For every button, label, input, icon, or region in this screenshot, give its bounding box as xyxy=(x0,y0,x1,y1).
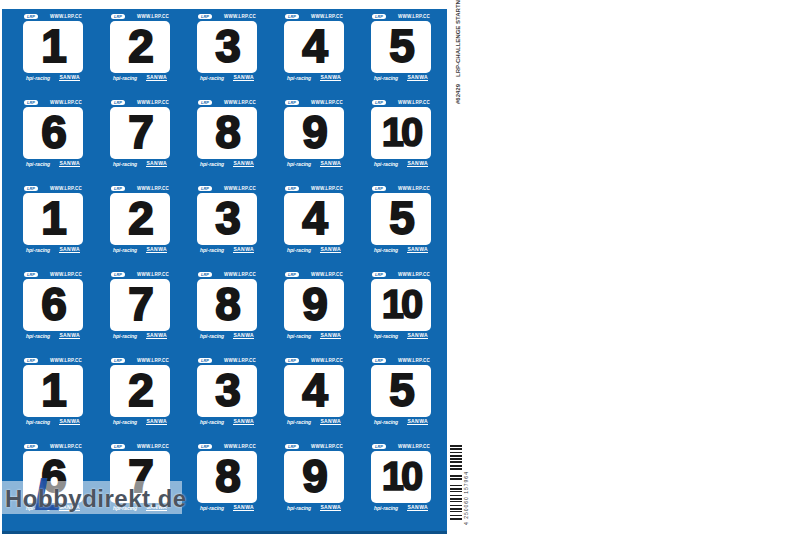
sanwa-logo: SANWA xyxy=(146,74,167,81)
lrp-url-label: WWW.LRP.CC xyxy=(50,358,82,363)
lrp-url-label: WWW.LRP.CC xyxy=(224,100,256,105)
start-number: 4 xyxy=(302,195,326,243)
sticker-footer: hpi-racing SANWA xyxy=(197,245,257,254)
lrp-url-label: WWW.LRP.CC xyxy=(398,444,430,449)
lrp-logo: LRP xyxy=(198,100,212,105)
sticker-cell: LRP WWW.LRP.CC 2 hpi-racing SANWA xyxy=(110,13,170,87)
sanwa-logo: SANWA xyxy=(320,504,341,511)
number-sticker: 10 xyxy=(371,451,431,503)
lrp-logo: LRP xyxy=(111,186,125,191)
sanwa-logo: SANWA xyxy=(407,504,428,511)
hpi-racing-logo: hpi-racing xyxy=(200,75,224,81)
hpi-racing-logo: hpi-racing xyxy=(374,333,398,339)
product-image: LRP WWW.LRP.CC 1 hpi-racing SANWA LRP WW… xyxy=(0,0,800,534)
number-sticker: 9 xyxy=(284,107,344,159)
sticker-cell: LRP WWW.LRP.CC 10 hpi-racing SANWA xyxy=(371,99,431,173)
sticker-footer: hpi-racing SANWA xyxy=(23,331,83,340)
sanwa-logo: SANWA xyxy=(233,160,254,167)
lrp-logo: LRP xyxy=(24,358,38,363)
sticker-header: LRP WWW.LRP.CC xyxy=(197,443,257,450)
number-sticker: 9 xyxy=(284,451,344,503)
number-sticker: 4 xyxy=(284,21,344,73)
sticker-footer: hpi-racing SANWA xyxy=(284,331,344,340)
lrp-url-label: WWW.LRP.CC xyxy=(311,272,343,277)
number-sticker: 5 xyxy=(371,193,431,245)
lrp-url-label: WWW.LRP.CC xyxy=(50,186,82,191)
sanwa-logo: SANWA xyxy=(320,74,341,81)
sticker-cell: LRP WWW.LRP.CC 5 hpi-racing SANWA xyxy=(371,185,431,259)
sticker-footer: hpi-racing SANWA xyxy=(371,331,431,340)
hpi-racing-logo: hpi-racing xyxy=(287,75,311,81)
sanwa-logo: SANWA xyxy=(233,246,254,253)
start-number: 2 xyxy=(128,23,152,71)
sticker-footer: hpi-racing SANWA xyxy=(284,159,344,168)
product-label: #62429 LRP-CHALLENGE STARTNUMMERN SET 2 xyxy=(451,10,465,104)
watermark: L Hobbydirekt.de xyxy=(0,481,182,514)
sticker-cell: LRP WWW.LRP.CC 4 hpi-racing SANWA xyxy=(284,357,344,431)
number-sticker: 4 xyxy=(284,365,344,417)
sticker-footer: hpi-racing SANWA xyxy=(110,245,170,254)
lrp-logo: LRP xyxy=(198,186,212,191)
lrp-logo: LRP xyxy=(285,186,299,191)
start-number: 9 xyxy=(302,453,326,501)
sticker-cell: LRP WWW.LRP.CC 1 hpi-racing SANWA xyxy=(23,13,83,87)
sticker-footer: hpi-racing SANWA xyxy=(371,73,431,82)
lrp-url-label: WWW.LRP.CC xyxy=(224,14,256,19)
lrp-logo: LRP xyxy=(198,444,212,449)
sticker-cell: LRP WWW.LRP.CC 2 hpi-racing SANWA xyxy=(110,357,170,431)
hpi-racing-logo: hpi-racing xyxy=(374,75,398,81)
start-number: 7 xyxy=(128,109,152,157)
hpi-racing-logo: hpi-racing xyxy=(200,505,224,511)
start-number: 8 xyxy=(215,109,239,157)
sticker-header: LRP WWW.LRP.CC xyxy=(284,185,344,192)
sticker-footer: hpi-racing SANWA xyxy=(197,331,257,340)
number-sticker: 6 xyxy=(23,107,83,159)
sanwa-logo: SANWA xyxy=(320,246,341,253)
hpi-racing-logo: hpi-racing xyxy=(113,75,137,81)
sticker-header: LRP WWW.LRP.CC xyxy=(23,185,83,192)
sticker-cell: LRP WWW.LRP.CC 7 hpi-racing SANWA xyxy=(110,99,170,173)
lrp-url-label: WWW.LRP.CC xyxy=(224,186,256,191)
start-number: 3 xyxy=(215,367,239,415)
part-number: #62429 xyxy=(455,84,461,104)
sticker-footer: hpi-racing SANWA xyxy=(284,245,344,254)
lrp-url-label: WWW.LRP.CC xyxy=(137,14,169,19)
sticker-cell: LRP WWW.LRP.CC 2 hpi-racing SANWA xyxy=(110,185,170,259)
sticker-cell: LRP WWW.LRP.CC 4 hpi-racing SANWA xyxy=(284,185,344,259)
sticker-footer: hpi-racing SANWA xyxy=(197,417,257,426)
number-sticker: 1 xyxy=(23,365,83,417)
sticker-header: LRP WWW.LRP.CC xyxy=(284,357,344,364)
hpi-racing-logo: hpi-racing xyxy=(113,161,137,167)
sanwa-logo: SANWA xyxy=(233,74,254,81)
hpi-racing-logo: hpi-racing xyxy=(113,333,137,339)
lrp-logo: LRP xyxy=(198,14,212,19)
number-sticker: 3 xyxy=(197,365,257,417)
sanwa-logo: SANWA xyxy=(320,418,341,425)
hpi-racing-logo: hpi-racing xyxy=(374,161,398,167)
sticker-header: LRP WWW.LRP.CC xyxy=(284,99,344,106)
sticker-header: LRP WWW.LRP.CC xyxy=(371,13,431,20)
sticker-header: LRP WWW.LRP.CC xyxy=(23,13,83,20)
number-sticker: 8 xyxy=(197,107,257,159)
sticker-header: LRP WWW.LRP.CC xyxy=(23,99,83,106)
lrp-logo: LRP xyxy=(285,272,299,277)
sticker-cell: LRP WWW.LRP.CC 8 hpi-racing SANWA xyxy=(197,99,257,173)
lrp-url-label: WWW.LRP.CC xyxy=(137,100,169,105)
sticker-header: LRP WWW.LRP.CC xyxy=(23,271,83,278)
lrp-logo: LRP xyxy=(24,444,38,449)
lrp-url-label: WWW.LRP.CC xyxy=(50,272,82,277)
start-number: 6 xyxy=(41,109,65,157)
lrp-url-label: WWW.LRP.CC xyxy=(398,186,430,191)
number-sticker: 10 xyxy=(371,279,431,331)
sticker-footer: hpi-racing SANWA xyxy=(371,245,431,254)
lrp-logo: LRP xyxy=(285,14,299,19)
sticker-header: LRP WWW.LRP.CC xyxy=(371,271,431,278)
start-number: 5 xyxy=(389,23,413,71)
start-number: 1 xyxy=(41,195,65,243)
sanwa-logo: SANWA xyxy=(59,74,80,81)
start-number: 1 xyxy=(41,367,65,415)
lrp-logo: LRP xyxy=(111,272,125,277)
lrp-url-label: WWW.LRP.CC xyxy=(311,444,343,449)
hpi-racing-logo: hpi-racing xyxy=(287,161,311,167)
number-sticker: 8 xyxy=(197,279,257,331)
start-number: 3 xyxy=(215,195,239,243)
lrp-logo: LRP xyxy=(372,186,386,191)
number-sticker: 3 xyxy=(197,21,257,73)
sticker-footer: hpi-racing SANWA xyxy=(110,331,170,340)
hpi-racing-logo: hpi-racing xyxy=(287,247,311,253)
start-number: 9 xyxy=(302,109,326,157)
hpi-racing-logo: hpi-racing xyxy=(26,75,50,81)
sanwa-logo: SANWA xyxy=(59,160,80,167)
sticker-cell: LRP WWW.LRP.CC 7 hpi-racing SANWA xyxy=(110,271,170,345)
lrp-logo: LRP xyxy=(111,358,125,363)
sticker-header: LRP WWW.LRP.CC xyxy=(110,357,170,364)
sanwa-logo: SANWA xyxy=(59,418,80,425)
sticker-cell: LRP WWW.LRP.CC 5 hpi-racing SANWA xyxy=(371,13,431,87)
lrp-url-label: WWW.LRP.CC xyxy=(311,14,343,19)
lrp-logo: LRP xyxy=(285,358,299,363)
hpi-racing-logo: hpi-racing xyxy=(287,419,311,425)
sticker-footer: hpi-racing SANWA xyxy=(371,159,431,168)
sticker-cell: LRP WWW.LRP.CC 9 hpi-racing SANWA xyxy=(284,271,344,345)
sanwa-logo: SANWA xyxy=(146,332,167,339)
hpi-racing-logo: hpi-racing xyxy=(374,247,398,253)
sanwa-logo: SANWA xyxy=(146,246,167,253)
sticker-footer: hpi-racing SANWA xyxy=(197,503,257,512)
sticker-header: LRP WWW.LRP.CC xyxy=(197,271,257,278)
lrp-url-label: WWW.LRP.CC xyxy=(398,100,430,105)
lrp-logo: LRP xyxy=(372,444,386,449)
sanwa-logo: SANWA xyxy=(407,418,428,425)
hpi-racing-logo: hpi-racing xyxy=(200,419,224,425)
sticker-footer: hpi-racing SANWA xyxy=(371,503,431,512)
hpi-racing-logo: hpi-racing xyxy=(200,247,224,253)
hpi-racing-logo: hpi-racing xyxy=(287,505,311,511)
sticker-cell: LRP WWW.LRP.CC 3 hpi-racing SANWA xyxy=(197,13,257,87)
hpi-racing-logo: hpi-racing xyxy=(200,333,224,339)
sticker-footer: hpi-racing SANWA xyxy=(284,417,344,426)
hpi-racing-logo: hpi-racing xyxy=(200,161,224,167)
lrp-url-label: WWW.LRP.CC xyxy=(398,358,430,363)
sticker-header: LRP WWW.LRP.CC xyxy=(197,99,257,106)
sanwa-logo: SANWA xyxy=(233,418,254,425)
sticker-cell: LRP WWW.LRP.CC 3 hpi-racing SANWA xyxy=(197,357,257,431)
sticker-cell: LRP WWW.LRP.CC 3 hpi-racing SANWA xyxy=(197,185,257,259)
sticker-footer: hpi-racing SANWA xyxy=(23,245,83,254)
lrp-url-label: WWW.LRP.CC xyxy=(224,358,256,363)
sticker-footer: hpi-racing SANWA xyxy=(23,73,83,82)
number-sticker: 8 xyxy=(197,451,257,503)
sticker-header: LRP WWW.LRP.CC xyxy=(110,99,170,106)
sanwa-logo: SANWA xyxy=(146,418,167,425)
sanwa-logo: SANWA xyxy=(59,332,80,339)
sticker-cell: LRP WWW.LRP.CC 8 hpi-racing SANWA xyxy=(197,271,257,345)
lrp-url-label: WWW.LRP.CC xyxy=(50,100,82,105)
sticker-header: LRP WWW.LRP.CC xyxy=(110,443,170,450)
number-sticker: 1 xyxy=(23,193,83,245)
start-number: 1 xyxy=(41,23,65,71)
sticker-cell: LRP WWW.LRP.CC 1 hpi-racing SANWA xyxy=(23,357,83,431)
number-sticker: 9 xyxy=(284,279,344,331)
sticker-footer: hpi-racing SANWA xyxy=(284,73,344,82)
lrp-url-label: WWW.LRP.CC xyxy=(398,272,430,277)
start-number: 4 xyxy=(302,23,326,71)
barcode: 4 250060 157964 xyxy=(450,443,474,525)
sticker-cell: LRP WWW.LRP.CC 8 hpi-racing SANWA xyxy=(197,443,257,517)
sanwa-logo: SANWA xyxy=(233,332,254,339)
start-number: 5 xyxy=(389,367,413,415)
sticker-footer: hpi-racing SANWA xyxy=(110,417,170,426)
lrp-logo: LRP xyxy=(24,100,38,105)
start-number: 7 xyxy=(128,281,152,329)
lrp-url-label: WWW.LRP.CC xyxy=(50,14,82,19)
lrp-logo: LRP xyxy=(24,272,38,277)
hpi-racing-logo: hpi-racing xyxy=(374,419,398,425)
sticker-header: LRP WWW.LRP.CC xyxy=(284,271,344,278)
sticker-cell: LRP WWW.LRP.CC 4 hpi-racing SANWA xyxy=(284,13,344,87)
lrp-logo: LRP xyxy=(372,358,386,363)
sticker-header: LRP WWW.LRP.CC xyxy=(371,99,431,106)
sanwa-logo: SANWA xyxy=(407,160,428,167)
sticker-grid: LRP WWW.LRP.CC 1 hpi-racing SANWA LRP WW… xyxy=(2,9,447,517)
sanwa-logo: SANWA xyxy=(320,332,341,339)
sticker-footer: hpi-racing SANWA xyxy=(371,417,431,426)
sticker-cell: LRP WWW.LRP.CC 10 hpi-racing SANWA xyxy=(371,443,431,517)
start-number: 2 xyxy=(128,195,152,243)
sticker-footer: hpi-racing SANWA xyxy=(110,159,170,168)
number-sticker: 4 xyxy=(284,193,344,245)
lrp-url-label: WWW.LRP.CC xyxy=(224,272,256,277)
lrp-url-label: WWW.LRP.CC xyxy=(311,186,343,191)
sticker-footer: hpi-racing SANWA xyxy=(23,159,83,168)
sticker-header: LRP WWW.LRP.CC xyxy=(110,185,170,192)
watermark-text: Hobbydirekt.de xyxy=(5,485,187,513)
number-sticker: 5 xyxy=(371,21,431,73)
sanwa-logo: SANWA xyxy=(320,160,341,167)
number-sticker: 10 xyxy=(371,107,431,159)
hpi-racing-logo: hpi-racing xyxy=(26,247,50,253)
start-number: 8 xyxy=(215,281,239,329)
hpi-racing-logo: hpi-racing xyxy=(113,419,137,425)
number-sticker: 7 xyxy=(110,107,170,159)
hpi-racing-logo: hpi-racing xyxy=(26,333,50,339)
lrp-logo: LRP xyxy=(111,14,125,19)
lrp-url-label: WWW.LRP.CC xyxy=(137,272,169,277)
lrp-url-label: WWW.LRP.CC xyxy=(398,14,430,19)
barcode-bars xyxy=(450,445,462,521)
sanwa-logo: SANWA xyxy=(233,504,254,511)
sticker-cell: LRP WWW.LRP.CC 1 hpi-racing SANWA xyxy=(23,185,83,259)
sticker-header: LRP WWW.LRP.CC xyxy=(284,443,344,450)
start-number: 10 xyxy=(382,112,421,154)
sticker-footer: hpi-racing SANWA xyxy=(23,417,83,426)
sticker-footer: hpi-racing SANWA xyxy=(197,73,257,82)
start-number: 6 xyxy=(41,281,65,329)
sanwa-logo: SANWA xyxy=(407,246,428,253)
lrp-logo: LRP xyxy=(111,100,125,105)
start-number: 10 xyxy=(382,284,421,326)
sticker-header: LRP WWW.LRP.CC xyxy=(197,185,257,192)
start-number: 10 xyxy=(382,456,421,498)
lrp-url-label: WWW.LRP.CC xyxy=(137,444,169,449)
hpi-racing-logo: hpi-racing xyxy=(26,419,50,425)
number-sticker: 5 xyxy=(371,365,431,417)
number-sticker: 1 xyxy=(23,21,83,73)
sticker-footer: hpi-racing SANWA xyxy=(284,503,344,512)
sticker-header: LRP WWW.LRP.CC xyxy=(110,271,170,278)
lrp-logo: LRP xyxy=(285,100,299,105)
lrp-url-label: WWW.LRP.CC xyxy=(311,100,343,105)
product-title: LRP-CHALLENGE STARTNUMMERN SET 2 xyxy=(455,0,461,77)
lrp-logo: LRP xyxy=(372,100,386,105)
start-number: 4 xyxy=(302,367,326,415)
lrp-logo: LRP xyxy=(198,272,212,277)
sticker-footer: hpi-racing SANWA xyxy=(197,159,257,168)
hpi-racing-logo: hpi-racing xyxy=(287,333,311,339)
sticker-footer: hpi-racing SANWA xyxy=(110,73,170,82)
lrp-logo: LRP xyxy=(111,444,125,449)
start-number: 5 xyxy=(389,195,413,243)
sticker-header: LRP WWW.LRP.CC xyxy=(23,443,83,450)
sticker-header: LRP WWW.LRP.CC xyxy=(371,357,431,364)
sticker-cell: LRP WWW.LRP.CC 9 hpi-racing SANWA xyxy=(284,99,344,173)
number-sticker: 6 xyxy=(23,279,83,331)
sticker-sheet: LRP WWW.LRP.CC 1 hpi-racing SANWA LRP WW… xyxy=(2,9,447,534)
number-sticker: 7 xyxy=(110,279,170,331)
sticker-header: LRP WWW.LRP.CC xyxy=(284,13,344,20)
number-sticker: 2 xyxy=(110,365,170,417)
sticker-cell: LRP WWW.LRP.CC 5 hpi-racing SANWA xyxy=(371,357,431,431)
lrp-logo: LRP xyxy=(24,14,38,19)
sanwa-logo: SANWA xyxy=(407,74,428,81)
hpi-racing-logo: hpi-racing xyxy=(374,505,398,511)
lrp-url-label: WWW.LRP.CC xyxy=(311,358,343,363)
sanwa-logo: SANWA xyxy=(146,160,167,167)
sanwa-logo: SANWA xyxy=(59,246,80,253)
sticker-cell: LRP WWW.LRP.CC 10 hpi-racing SANWA xyxy=(371,271,431,345)
sticker-cell: LRP WWW.LRP.CC 9 hpi-racing SANWA xyxy=(284,443,344,517)
sticker-cell: LRP WWW.LRP.CC 6 hpi-racing SANWA xyxy=(23,99,83,173)
lrp-url-label: WWW.LRP.CC xyxy=(50,444,82,449)
sticker-header: LRP WWW.LRP.CC xyxy=(197,357,257,364)
start-number: 9 xyxy=(302,281,326,329)
lrp-logo: LRP xyxy=(372,14,386,19)
number-sticker: 2 xyxy=(110,21,170,73)
lrp-logo: LRP xyxy=(198,358,212,363)
sanwa-logo: SANWA xyxy=(407,332,428,339)
lrp-logo: LRP xyxy=(372,272,386,277)
hpi-racing-logo: hpi-racing xyxy=(113,247,137,253)
sticker-header: LRP WWW.LRP.CC xyxy=(197,13,257,20)
start-number: 2 xyxy=(128,367,152,415)
sticker-header: LRP WWW.LRP.CC xyxy=(23,357,83,364)
barcode-number: 4 250060 157964 xyxy=(463,443,471,525)
lrp-logo: LRP xyxy=(285,444,299,449)
start-number: 8 xyxy=(215,453,239,501)
sticker-header: LRP WWW.LRP.CC xyxy=(110,13,170,20)
lrp-url-label: WWW.LRP.CC xyxy=(137,358,169,363)
number-sticker: 3 xyxy=(197,193,257,245)
sticker-cell: LRP WWW.LRP.CC 6 hpi-racing SANWA xyxy=(23,271,83,345)
sticker-header: LRP WWW.LRP.CC xyxy=(371,443,431,450)
lrp-logo: LRP xyxy=(24,186,38,191)
hpi-racing-logo: hpi-racing xyxy=(26,161,50,167)
number-sticker: 2 xyxy=(110,193,170,245)
lrp-url-label: WWW.LRP.CC xyxy=(224,444,256,449)
start-number: 3 xyxy=(215,23,239,71)
lrp-url-label: WWW.LRP.CC xyxy=(137,186,169,191)
sticker-header: LRP WWW.LRP.CC xyxy=(371,185,431,192)
